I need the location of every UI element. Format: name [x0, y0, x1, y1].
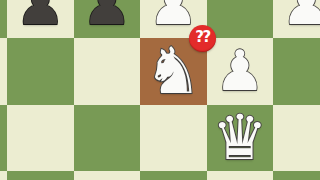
square-r2-c1[interactable] [7, 105, 74, 172]
square-r1-c0[interactable] [0, 38, 7, 105]
black-pawn-piece[interactable]: ♟ [15, 0, 65, 33]
square-r3-c0[interactable] [0, 171, 7, 180]
square-r3-c1[interactable] [7, 171, 74, 180]
black-pawn-piece[interactable]: ♟ [82, 0, 132, 33]
chess-board: ♟♟♟♟♞♟♛ [0, 0, 320, 180]
white-queen-piece[interactable]: ♛ [212, 107, 268, 169]
square-r2-c4[interactable]: ♛ [207, 105, 274, 172]
square-r0-c0[interactable] [0, 0, 7, 38]
chessboard-viewport: ♟♟♟♟♞♟♛ ?? [0, 0, 320, 180]
blunder-badge: ?? [189, 25, 216, 52]
square-r3-c4[interactable] [207, 171, 274, 180]
white-pawn-piece[interactable]: ♟ [215, 43, 265, 99]
square-r0-c2[interactable]: ♟ [74, 0, 141, 38]
square-r1-c1[interactable] [7, 38, 74, 105]
square-r2-c2[interactable] [74, 105, 141, 172]
square-r0-c1[interactable]: ♟ [7, 0, 74, 38]
square-r3-c2[interactable] [74, 171, 141, 180]
square-r0-c5[interactable]: ♟ [273, 0, 320, 38]
square-r2-c5[interactable] [273, 105, 320, 172]
square-r3-c5[interactable] [273, 171, 320, 180]
white-pawn-piece[interactable]: ♟ [281, 0, 320, 33]
blunder-badge-label: ?? [195, 30, 209, 45]
square-r2-c0[interactable] [0, 105, 7, 172]
square-r1-c2[interactable] [74, 38, 141, 105]
white-pawn-piece[interactable]: ♟ [148, 0, 198, 33]
square-r3-c3[interactable] [140, 171, 207, 180]
square-r1-c5[interactable] [273, 38, 320, 105]
square-r2-c3[interactable] [140, 105, 207, 172]
square-r1-c4[interactable]: ♟ [207, 38, 274, 105]
square-r0-c4[interactable] [207, 0, 274, 38]
